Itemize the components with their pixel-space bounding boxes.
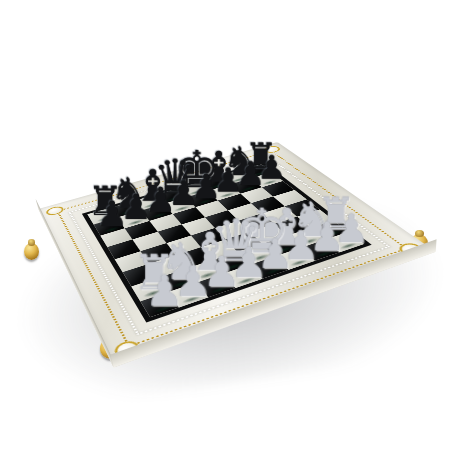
black-pawn-icon: ♟ (97, 198, 129, 231)
playing-field: ♜♞♝♛♚♝♞♜♟♟♟♟♟♟♟♟♜♞♝♛♚♝♞♜♟♟♟♟♟♟♟♟ (82, 162, 372, 323)
chess-set-photo: ♜♞♝♛♚♝♞♜♟♟♟♟♟♟♟♟♜♞♝♛♚♝♞♜♟♟♟♟♟♟♟♟ (0, 0, 460, 460)
corner-medallion (45, 205, 66, 217)
square-a7: ♟ (94, 218, 125, 236)
square-a1: ♟ (140, 292, 179, 318)
gold-foot-left (24, 243, 39, 260)
white-pawn-icon: ♟ (145, 271, 183, 312)
piece-black-pawn-a7: ♟ (94, 218, 125, 236)
piece-white-pawn-a1: ♟ (140, 292, 179, 318)
board-perspective-wrapper: ♜♞♝♛♚♝♞♜♟♟♟♟♟♟♟♟♜♞♝♛♚♝♞♜♟♟♟♟♟♟♟♟ (48, 61, 382, 395)
